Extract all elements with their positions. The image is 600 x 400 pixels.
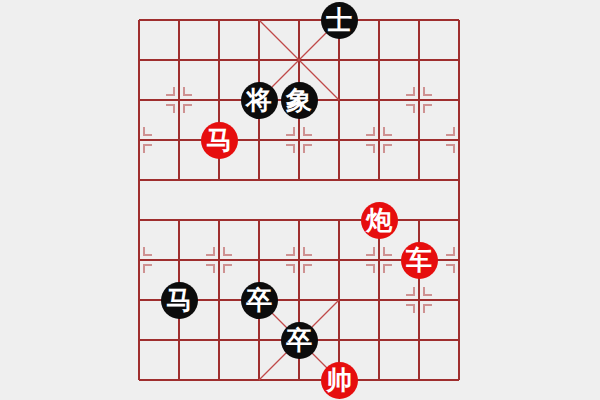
piece-black-elephant[interactable]: 象 [281, 82, 318, 119]
piece-black-horse[interactable]: 马 [161, 282, 198, 319]
piece-black-soldier[interactable]: 卒 [281, 322, 318, 359]
piece-black-advisor[interactable]: 士 [321, 2, 358, 39]
board-grid: 士将象马炮车马卒卒帅 [119, 0, 479, 400]
piece-red-cannon[interactable]: 炮 [361, 202, 398, 239]
xiangqi-board-diagram: 士将象马炮车马卒卒帅 [0, 0, 600, 400]
piece-red-horse[interactable]: 马 [201, 122, 238, 159]
piece-black-soldier[interactable]: 卒 [241, 282, 278, 319]
piece-red-chariot[interactable]: 车 [401, 242, 438, 279]
piece-red-general[interactable]: 帅 [321, 362, 358, 399]
piece-black-general[interactable]: 将 [241, 82, 278, 119]
